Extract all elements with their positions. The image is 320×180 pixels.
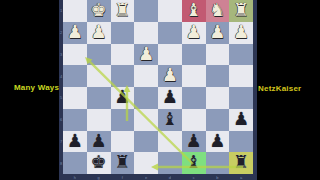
white-pawn[interactable]: ♟ [182, 22, 206, 43]
black-pawn[interactable]: ♟ [158, 87, 182, 108]
square-g5[interactable] [87, 87, 111, 109]
square-d5[interactable]: ♟ [158, 87, 182, 109]
square-c4[interactable] [182, 65, 206, 87]
square-e3[interactable]: ♟ [134, 44, 158, 66]
white-pawn[interactable]: ♟ [206, 22, 230, 43]
square-b3[interactable] [206, 44, 230, 66]
square-d1[interactable] [158, 0, 182, 22]
square-c7[interactable]: ♟ [182, 131, 206, 153]
square-f1[interactable]: ♜ [111, 0, 135, 22]
square-b1[interactable]: ♞ [206, 0, 230, 22]
square-d3[interactable] [158, 44, 182, 66]
square-e1[interactable] [134, 0, 158, 22]
white-pawn[interactable]: ♟ [63, 22, 87, 43]
square-e8[interactable] [134, 152, 158, 174]
black-pawn[interactable]: ♟ [87, 131, 111, 152]
square-f2[interactable] [111, 22, 135, 44]
black-bishop[interactable]: ♝ [182, 152, 206, 173]
square-c8[interactable]: ♝ [182, 152, 206, 174]
square-c1[interactable]: ♝ [182, 0, 206, 22]
square-b7[interactable]: ♟ [206, 131, 230, 153]
square-h4[interactable] [63, 65, 87, 87]
square-a2[interactable]: ♟ [229, 22, 253, 44]
square-a5[interactable] [229, 87, 253, 109]
black-pawn[interactable]: ♟ [63, 131, 87, 152]
black-pawn[interactable]: ♟ [229, 109, 253, 130]
square-d7[interactable] [158, 131, 182, 153]
video-frame: Many Ways 12345678 ♚♜♝♞♜♟♟♟♟♟♟♟♟♟♝♟♟♟♟♟♚… [0, 0, 320, 180]
square-f7[interactable] [111, 131, 135, 153]
square-b4[interactable] [206, 65, 230, 87]
black-rook[interactable]: ♜ [111, 152, 135, 173]
black-pawn[interactable]: ♟ [182, 131, 206, 152]
square-d8[interactable] [158, 152, 182, 174]
square-f5[interactable]: ♟ [111, 87, 135, 109]
white-king[interactable]: ♚ [87, 0, 111, 21]
white-bishop[interactable]: ♝ [182, 0, 206, 21]
white-rook[interactable]: ♜ [111, 0, 135, 21]
white-pawn[interactable]: ♟ [134, 44, 158, 65]
square-f3[interactable] [111, 44, 135, 66]
square-c5[interactable] [182, 87, 206, 109]
square-g4[interactable] [87, 65, 111, 87]
square-a3[interactable] [229, 44, 253, 66]
chess-board[interactable]: 12345678 ♚♜♝♞♜♟♟♟♟♟♟♟♟♟♝♟♟♟♟♟♚♜♝♜ hgfedc… [59, 0, 257, 180]
square-c3[interactable] [182, 44, 206, 66]
square-a8[interactable]: ♜ [229, 152, 253, 174]
square-g1[interactable]: ♚ [87, 0, 111, 22]
white-pawn[interactable]: ♟ [158, 65, 182, 86]
square-c6[interactable] [182, 109, 206, 131]
square-g7[interactable]: ♟ [87, 131, 111, 153]
square-e4[interactable] [134, 65, 158, 87]
square-a6[interactable]: ♟ [229, 109, 253, 131]
square-h1[interactable] [63, 0, 87, 22]
file-labels: hgfedcba [63, 175, 253, 180]
square-a4[interactable] [229, 65, 253, 87]
square-e7[interactable] [134, 131, 158, 153]
white-knight[interactable]: ♞ [206, 0, 230, 21]
black-bishop[interactable]: ♝ [158, 109, 182, 130]
board-grid: ♚♜♝♞♜♟♟♟♟♟♟♟♟♟♝♟♟♟♟♟♚♜♝♜ [63, 0, 253, 174]
white-pawn[interactable]: ♟ [87, 22, 111, 43]
square-g3[interactable] [87, 44, 111, 66]
square-h3[interactable] [63, 44, 87, 66]
square-h6[interactable] [63, 109, 87, 131]
square-a7[interactable] [229, 131, 253, 153]
black-pawn[interactable]: ♟ [206, 131, 230, 152]
square-b5[interactable] [206, 87, 230, 109]
square-e2[interactable] [134, 22, 158, 44]
square-b2[interactable]: ♟ [206, 22, 230, 44]
square-h2[interactable]: ♟ [63, 22, 87, 44]
square-d2[interactable] [158, 22, 182, 44]
square-g8[interactable]: ♚ [87, 152, 111, 174]
player-right-name: NetzKaiser [258, 84, 301, 93]
square-h8[interactable] [63, 152, 87, 174]
square-e6[interactable] [134, 109, 158, 131]
square-h5[interactable] [63, 87, 87, 109]
square-b8[interactable] [206, 152, 230, 174]
square-d4[interactable]: ♟ [158, 65, 182, 87]
player-left-name: Many Ways [14, 83, 58, 92]
square-a1[interactable]: ♜ [229, 0, 253, 22]
black-pawn[interactable]: ♟ [111, 87, 135, 108]
black-rook[interactable]: ♜ [229, 152, 253, 173]
square-f8[interactable]: ♜ [111, 152, 135, 174]
square-b6[interactable] [206, 109, 230, 131]
square-g2[interactable]: ♟ [87, 22, 111, 44]
white-pawn[interactable]: ♟ [229, 22, 253, 43]
white-rook[interactable]: ♜ [229, 0, 253, 21]
square-c2[interactable]: ♟ [182, 22, 206, 44]
square-e5[interactable] [134, 87, 158, 109]
square-f4[interactable] [111, 65, 135, 87]
square-d6[interactable]: ♝ [158, 109, 182, 131]
square-f6[interactable] [111, 109, 135, 131]
square-g6[interactable] [87, 109, 111, 131]
black-king[interactable]: ♚ [87, 152, 111, 173]
square-h7[interactable]: ♟ [63, 131, 87, 153]
